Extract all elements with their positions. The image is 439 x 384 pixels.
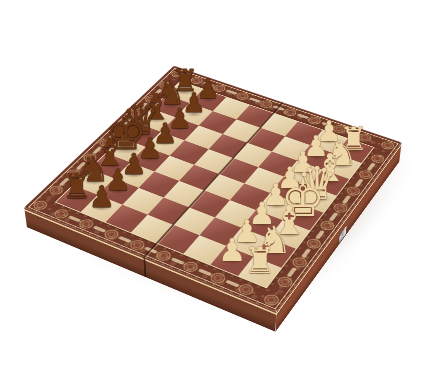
chess-board — [24, 66, 401, 312]
fold-seam-side — [143, 257, 146, 278]
frame-pinstripe — [28, 68, 399, 309]
